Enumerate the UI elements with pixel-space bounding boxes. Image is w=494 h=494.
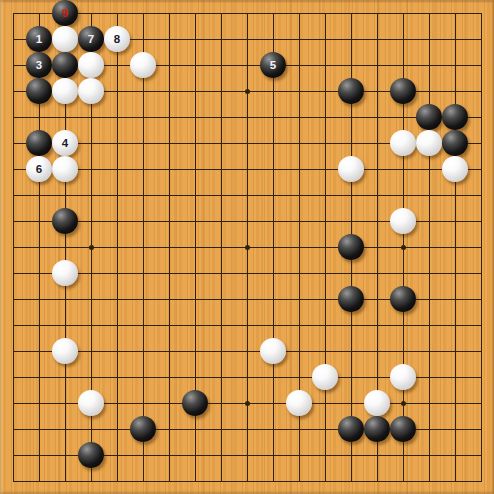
stone-white[interactable] [52, 156, 78, 182]
stone-black[interactable] [78, 442, 104, 468]
star-point [401, 245, 406, 250]
stone-black-move-5[interactable]: 5 [260, 52, 286, 78]
stone-black[interactable] [390, 286, 416, 312]
stone-black[interactable] [338, 78, 364, 104]
star-point [245, 89, 250, 94]
stone-black-move-1[interactable]: 1 [26, 26, 52, 52]
stone-black[interactable] [338, 286, 364, 312]
stone-black[interactable] [390, 416, 416, 442]
go-board[interactable]: 91783546 [0, 0, 494, 494]
stone-white[interactable] [312, 364, 338, 390]
move-number-label: 8 [104, 26, 130, 52]
stone-white[interactable] [52, 260, 78, 286]
stone-black[interactable] [442, 104, 468, 130]
stone-black[interactable] [130, 416, 156, 442]
stone-black[interactable] [364, 416, 390, 442]
stone-black[interactable] [182, 390, 208, 416]
stone-black[interactable] [390, 78, 416, 104]
move-number-label: 9 [52, 0, 78, 26]
stone-white[interactable] [416, 130, 442, 156]
stone-white[interactable] [338, 156, 364, 182]
stone-black[interactable] [52, 208, 78, 234]
stone-white[interactable] [390, 130, 416, 156]
stone-black[interactable] [26, 130, 52, 156]
stone-black[interactable] [416, 104, 442, 130]
stone-white[interactable] [52, 78, 78, 104]
stone-white[interactable] [390, 208, 416, 234]
move-number-label: 7 [78, 26, 104, 52]
stone-white[interactable] [78, 390, 104, 416]
star-point [401, 401, 406, 406]
stone-black-move-9[interactable]: 9 [52, 0, 78, 26]
move-number-label: 3 [26, 52, 52, 78]
stone-white-move-8[interactable]: 8 [104, 26, 130, 52]
move-number-label: 1 [26, 26, 52, 52]
stone-white[interactable] [364, 390, 390, 416]
stone-white-move-4[interactable]: 4 [52, 130, 78, 156]
stone-black[interactable] [338, 234, 364, 260]
stone-white[interactable] [78, 52, 104, 78]
stone-black[interactable] [26, 78, 52, 104]
move-number-label: 6 [26, 156, 52, 182]
star-point [245, 245, 250, 250]
stone-white[interactable] [390, 364, 416, 390]
star-point [89, 245, 94, 250]
stone-white[interactable] [286, 390, 312, 416]
star-point [245, 401, 250, 406]
stone-white[interactable] [442, 156, 468, 182]
stone-black-move-7[interactable]: 7 [78, 26, 104, 52]
stone-white-move-6[interactable]: 6 [26, 156, 52, 182]
stone-white[interactable] [52, 26, 78, 52]
stone-white[interactable] [130, 52, 156, 78]
stone-black[interactable] [52, 52, 78, 78]
stone-black[interactable] [442, 130, 468, 156]
stone-black-move-3[interactable]: 3 [26, 52, 52, 78]
stone-black[interactable] [338, 416, 364, 442]
stone-white[interactable] [78, 78, 104, 104]
stone-white[interactable] [52, 338, 78, 364]
move-number-label: 5 [260, 52, 286, 78]
stone-white[interactable] [260, 338, 286, 364]
move-number-label: 4 [52, 130, 78, 156]
